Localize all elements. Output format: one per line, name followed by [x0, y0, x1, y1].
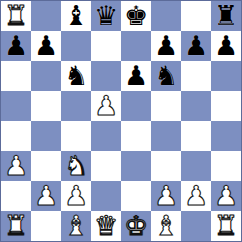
square-b4[interactable] [31, 121, 61, 151]
square-e1[interactable]: ♚ [121, 211, 151, 241]
square-d3[interactable] [91, 151, 121, 181]
piece-black-bishop-c8[interactable]: ♝ [64, 1, 88, 31]
square-h4[interactable] [211, 121, 241, 151]
square-d1[interactable]: ♛ [91, 211, 121, 241]
square-f4[interactable] [151, 121, 181, 151]
square-c8[interactable]: ♝ [61, 1, 91, 31]
square-c4[interactable] [61, 121, 91, 151]
square-h6[interactable] [211, 61, 241, 91]
square-d2[interactable] [91, 181, 121, 211]
piece-black-pawn-e6[interactable]: ♟ [124, 61, 148, 91]
piece-white-queen-d1[interactable]: ♛ [94, 211, 118, 241]
square-d5[interactable]: ♟ [91, 91, 121, 121]
square-d6[interactable] [91, 61, 121, 91]
piece-white-king-e1[interactable]: ♚ [124, 211, 148, 241]
square-b2[interactable]: ♟ [31, 181, 61, 211]
square-e2[interactable] [121, 181, 151, 211]
square-a3[interactable]: ♟ [1, 151, 31, 181]
piece-white-pawn-c2[interactable]: ♟ [64, 181, 88, 211]
piece-white-bishop-c1[interactable]: ♝ [64, 211, 88, 241]
square-a5[interactable] [1, 91, 31, 121]
piece-white-pawn-h2[interactable]: ♟ [214, 181, 238, 211]
square-g6[interactable] [181, 61, 211, 91]
square-b6[interactable] [31, 61, 61, 91]
square-c1[interactable]: ♝ [61, 211, 91, 241]
square-b1[interactable] [31, 211, 61, 241]
piece-white-rook-a1[interactable]: ♜ [4, 211, 28, 241]
piece-white-pawn-d5[interactable]: ♟ [94, 91, 118, 121]
square-e4[interactable] [121, 121, 151, 151]
piece-black-king-e8[interactable]: ♚ [124, 1, 148, 31]
piece-black-pawn-g7[interactable]: ♟ [184, 31, 208, 61]
square-d4[interactable] [91, 121, 121, 151]
piece-white-pawn-g2[interactable]: ♟ [184, 181, 208, 211]
piece-black-knight-c6[interactable]: ♞ [64, 61, 88, 91]
piece-black-rook-h8[interactable]: ♜ [214, 1, 238, 31]
piece-black-pawn-b7[interactable]: ♟ [34, 31, 58, 61]
piece-white-pawn-b2[interactable]: ♟ [34, 181, 58, 211]
square-e8[interactable]: ♚ [121, 1, 151, 31]
square-e6[interactable]: ♟ [121, 61, 151, 91]
square-h8[interactable]: ♜ [211, 1, 241, 31]
square-f5[interactable] [151, 91, 181, 121]
piece-white-rook-a8[interactable]: ♜ [4, 1, 28, 31]
square-g8[interactable] [181, 1, 211, 31]
square-h1[interactable]: ♜ [211, 211, 241, 241]
square-c3[interactable]: ♞ [61, 151, 91, 181]
square-e7[interactable] [121, 31, 151, 61]
square-a4[interactable] [1, 121, 31, 151]
piece-white-knight-c3[interactable]: ♞ [64, 151, 88, 181]
square-b8[interactable] [31, 1, 61, 31]
square-h2[interactable]: ♟ [211, 181, 241, 211]
piece-white-pawn-f2[interactable]: ♟ [154, 181, 178, 211]
piece-white-bishop-f1[interactable]: ♝ [154, 211, 178, 241]
square-c5[interactable] [61, 91, 91, 121]
square-c2[interactable]: ♟ [61, 181, 91, 211]
square-c6[interactable]: ♞ [61, 61, 91, 91]
piece-white-rook-h1[interactable]: ♜ [214, 211, 238, 241]
square-c7[interactable] [61, 31, 91, 61]
square-d7[interactable] [91, 31, 121, 61]
square-g7[interactable]: ♟ [181, 31, 211, 61]
square-a6[interactable] [1, 61, 31, 91]
piece-black-queen-d8[interactable]: ♛ [94, 1, 118, 31]
square-g2[interactable]: ♟ [181, 181, 211, 211]
square-f8[interactable] [151, 1, 181, 31]
piece-black-pawn-a7[interactable]: ♟ [4, 31, 28, 61]
square-a7[interactable]: ♟ [1, 31, 31, 61]
square-e5[interactable] [121, 91, 151, 121]
square-g4[interactable] [181, 121, 211, 151]
square-f7[interactable]: ♟ [151, 31, 181, 61]
piece-black-pawn-h7[interactable]: ♟ [214, 31, 238, 61]
square-b5[interactable] [31, 91, 61, 121]
square-a2[interactable] [1, 181, 31, 211]
square-e3[interactable] [121, 151, 151, 181]
square-a8[interactable]: ♜ [1, 1, 31, 31]
chess-board: ♜♝♛♚♜♟♟♟♟♟♞♟♞♟♟♞♟♟♟♟♟♜♝♛♚♝♜ [0, 0, 242, 242]
square-g1[interactable] [181, 211, 211, 241]
square-b7[interactable]: ♟ [31, 31, 61, 61]
square-g5[interactable] [181, 91, 211, 121]
piece-black-knight-f6[interactable]: ♞ [154, 61, 178, 91]
square-h3[interactable] [211, 151, 241, 181]
piece-white-pawn-a3[interactable]: ♟ [4, 151, 28, 181]
square-h7[interactable]: ♟ [211, 31, 241, 61]
square-f1[interactable]: ♝ [151, 211, 181, 241]
square-h5[interactable] [211, 91, 241, 121]
square-a1[interactable]: ♜ [1, 211, 31, 241]
square-g3[interactable] [181, 151, 211, 181]
square-b3[interactable] [31, 151, 61, 181]
piece-black-pawn-f7[interactable]: ♟ [154, 31, 178, 61]
square-d8[interactable]: ♛ [91, 1, 121, 31]
square-f2[interactable]: ♟ [151, 181, 181, 211]
square-f3[interactable] [151, 151, 181, 181]
square-f6[interactable]: ♞ [151, 61, 181, 91]
